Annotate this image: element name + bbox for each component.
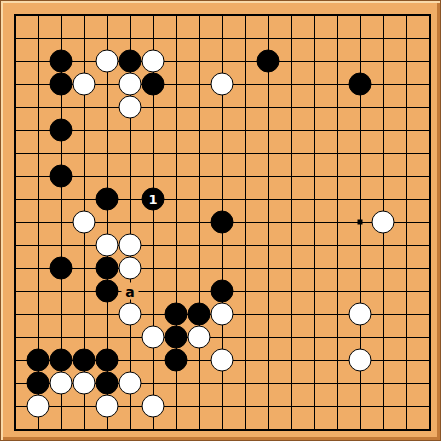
black-stone (96, 280, 119, 303)
black-stone (165, 326, 188, 349)
move-number-label: 1 (148, 193, 157, 206)
white-stone (211, 303, 234, 326)
black-stone (96, 257, 119, 280)
white-stone (211, 73, 234, 96)
black-stone (96, 372, 119, 395)
white-stone (188, 326, 211, 349)
black-stone (27, 349, 50, 372)
black-stone (73, 349, 96, 372)
black-stone (50, 73, 73, 96)
black-stone (50, 50, 73, 73)
white-stone (349, 303, 372, 326)
black-stone: 1 (142, 188, 165, 211)
white-stone (119, 372, 142, 395)
go-board[interactable]: 1a (0, 0, 441, 441)
white-stone (119, 257, 142, 280)
white-stone (119, 96, 142, 119)
white-stone (73, 73, 96, 96)
black-stone (96, 349, 119, 372)
white-stone (96, 50, 119, 73)
white-stone (50, 372, 73, 395)
black-stone (50, 119, 73, 142)
point-label-a: a (122, 283, 139, 300)
white-stone (142, 50, 165, 73)
white-stone (119, 73, 142, 96)
black-stone (50, 257, 73, 280)
white-stone (119, 303, 142, 326)
black-stone (188, 303, 211, 326)
black-stone (96, 188, 119, 211)
black-stone (349, 73, 372, 96)
black-stone (211, 211, 234, 234)
black-stone (165, 303, 188, 326)
black-stone (257, 50, 280, 73)
black-stone (50, 349, 73, 372)
black-stone (211, 280, 234, 303)
white-stone (119, 234, 142, 257)
black-stone (119, 50, 142, 73)
white-stone (211, 349, 234, 372)
white-stone (372, 211, 395, 234)
black-stone (27, 372, 50, 395)
white-stone (349, 349, 372, 372)
black-stone (165, 349, 188, 372)
white-stone (73, 372, 96, 395)
black-stone (142, 73, 165, 96)
black-stone (50, 165, 73, 188)
white-stone (142, 326, 165, 349)
white-stone (27, 395, 50, 418)
white-stone (142, 395, 165, 418)
star-point (358, 220, 363, 225)
white-stone (96, 234, 119, 257)
white-stone (96, 395, 119, 418)
white-stone (73, 211, 96, 234)
